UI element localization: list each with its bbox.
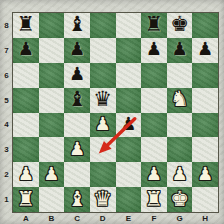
square-a2[interactable]: ♟ <box>13 162 39 187</box>
white-pawn: ♟ <box>18 162 34 186</box>
square-e4[interactable]: ♟ <box>116 113 142 138</box>
square-h1[interactable] <box>192 187 218 212</box>
square-g2[interactable]: ♟ <box>167 162 193 187</box>
rank-labels: 87654321 <box>0 13 13 212</box>
square-a8[interactable]: ♜ <box>13 13 39 38</box>
white-king: ♚ <box>170 187 189 211</box>
square-g1[interactable]: ♚ <box>167 187 193 212</box>
square-f4[interactable] <box>141 113 167 138</box>
black-queen: ♛ <box>93 87 112 111</box>
rank-label-1: 1 <box>0 187 13 212</box>
black-pawn: ♟ <box>197 37 213 61</box>
chess-diagram: 87654321 ♜♝♜♚♟♟♟♟♟♟♝♛♞♟♟♟♟♟♟♟♟♜♝♛♜♚ ABCD… <box>0 0 224 224</box>
square-c8[interactable]: ♝ <box>64 13 90 38</box>
square-h2[interactable]: ♟ <box>192 162 218 187</box>
square-h5[interactable] <box>192 88 218 113</box>
square-d1[interactable]: ♛ <box>90 187 116 212</box>
square-c7[interactable]: ♟ <box>64 38 90 63</box>
white-queen: ♛ <box>93 187 112 211</box>
square-a6[interactable] <box>13 63 39 88</box>
square-h6[interactable] <box>192 63 218 88</box>
square-g7[interactable]: ♟ <box>167 38 193 63</box>
square-c6[interactable]: ♟ <box>64 63 90 88</box>
square-d7[interactable] <box>90 38 116 63</box>
black-pawn: ♟ <box>146 37 162 61</box>
file-label-g: G <box>167 212 193 224</box>
rank-label-5: 5 <box>0 88 13 113</box>
black-king: ♚ <box>170 12 189 36</box>
white-pawn: ♟ <box>69 137 85 161</box>
file-label-h: H <box>192 212 218 224</box>
white-pawn: ♟ <box>171 162 187 186</box>
square-f5[interactable] <box>141 88 167 113</box>
black-pawn: ♟ <box>69 37 85 61</box>
square-d6[interactable] <box>90 63 116 88</box>
square-a3[interactable] <box>13 137 39 162</box>
square-e1[interactable] <box>116 187 142 212</box>
square-f8[interactable]: ♜ <box>141 13 167 38</box>
white-rook: ♜ <box>16 187 35 211</box>
square-f1[interactable]: ♜ <box>141 187 167 212</box>
white-bishop: ♝ <box>68 187 87 211</box>
white-knight: ♞ <box>170 87 189 111</box>
square-e5[interactable] <box>116 88 142 113</box>
square-c4[interactable] <box>64 113 90 138</box>
white-rook: ♜ <box>145 187 164 211</box>
square-a4[interactable] <box>13 113 39 138</box>
square-b8[interactable] <box>39 13 65 38</box>
square-b5[interactable] <box>39 88 65 113</box>
square-b3[interactable] <box>39 137 65 162</box>
file-label-e: E <box>116 212 142 224</box>
square-h4[interactable] <box>192 113 218 138</box>
square-b1[interactable] <box>39 187 65 212</box>
black-pawn: ♟ <box>69 62 85 86</box>
square-g6[interactable] <box>167 63 193 88</box>
square-e8[interactable] <box>116 13 142 38</box>
file-labels: ABCDEFGH <box>13 212 218 224</box>
square-b6[interactable] <box>39 63 65 88</box>
black-bishop: ♝ <box>68 87 87 111</box>
square-f3[interactable] <box>141 137 167 162</box>
square-g8[interactable]: ♚ <box>167 13 193 38</box>
square-d4[interactable]: ♟ <box>90 113 116 138</box>
square-e6[interactable] <box>116 63 142 88</box>
rank-label-6: 6 <box>0 63 13 88</box>
square-b2[interactable]: ♟ <box>39 162 65 187</box>
square-d3[interactable] <box>90 137 116 162</box>
square-f2[interactable]: ♟ <box>141 162 167 187</box>
square-f6[interactable] <box>141 63 167 88</box>
black-pawn: ♟ <box>18 37 34 61</box>
chess-board: ♜♝♜♚♟♟♟♟♟♟♝♛♞♟♟♟♟♟♟♟♟♜♝♛♜♚ <box>13 13 218 212</box>
black-pawn: ♟ <box>120 112 136 136</box>
square-e3[interactable] <box>116 137 142 162</box>
black-rook: ♜ <box>16 12 35 36</box>
square-h7[interactable]: ♟ <box>192 38 218 63</box>
rank-label-7: 7 <box>0 38 13 63</box>
square-c3[interactable]: ♟ <box>64 137 90 162</box>
rank-label-2: 2 <box>0 162 13 187</box>
black-bishop: ♝ <box>68 12 87 36</box>
square-a7[interactable]: ♟ <box>13 38 39 63</box>
square-d5[interactable]: ♛ <box>90 88 116 113</box>
file-label-b: B <box>39 212 65 224</box>
rank-label-3: 3 <box>0 137 13 162</box>
square-f7[interactable]: ♟ <box>141 38 167 63</box>
square-h8[interactable] <box>192 13 218 38</box>
black-rook: ♜ <box>145 12 164 36</box>
file-label-c: C <box>64 212 90 224</box>
file-label-d: D <box>90 212 116 224</box>
square-g3[interactable] <box>167 137 193 162</box>
square-c2[interactable] <box>64 162 90 187</box>
square-e2[interactable] <box>116 162 142 187</box>
rank-label-4: 4 <box>0 113 13 138</box>
square-b7[interactable] <box>39 38 65 63</box>
square-c5[interactable]: ♝ <box>64 88 90 113</box>
black-pawn: ♟ <box>171 37 187 61</box>
file-label-f: F <box>141 212 167 224</box>
file-label-a: A <box>13 212 39 224</box>
rank-label-8: 8 <box>0 13 13 38</box>
square-g4[interactable] <box>167 113 193 138</box>
white-pawn: ♟ <box>95 112 111 136</box>
square-h3[interactable] <box>192 137 218 162</box>
square-a5[interactable] <box>13 88 39 113</box>
square-d2[interactable] <box>90 162 116 187</box>
square-e7[interactable] <box>116 38 142 63</box>
square-a1[interactable]: ♜ <box>13 187 39 212</box>
white-pawn: ♟ <box>146 162 162 186</box>
square-b4[interactable] <box>39 113 65 138</box>
white-pawn: ♟ <box>43 162 59 186</box>
white-pawn: ♟ <box>197 162 213 186</box>
square-g5[interactable]: ♞ <box>167 88 193 113</box>
square-c1[interactable]: ♝ <box>64 187 90 212</box>
square-d8[interactable] <box>90 13 116 38</box>
